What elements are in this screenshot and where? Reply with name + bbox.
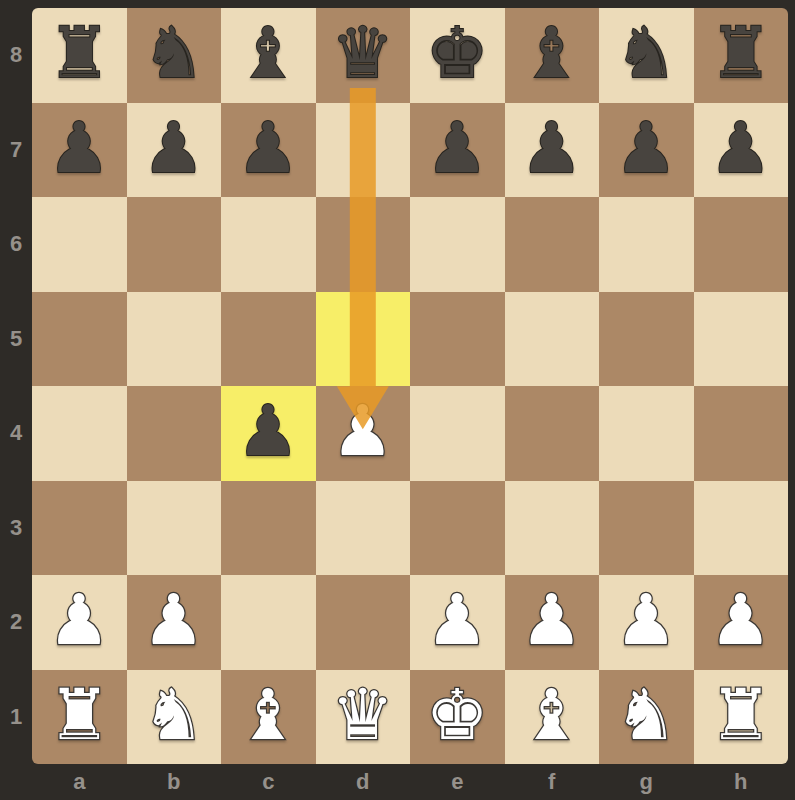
piece-black-bishop-f8[interactable]: ♝	[520, 8, 583, 101]
file-label-c: c	[221, 764, 316, 800]
piece-black-rook-h8[interactable]: ♜	[709, 8, 772, 101]
piece-black-pawn-c7[interactable]: ♟	[237, 101, 300, 196]
square-h1[interactable]: ♜	[694, 670, 789, 765]
square-b2[interactable]: ♟	[127, 575, 222, 670]
square-a6[interactable]	[32, 197, 127, 292]
square-f3[interactable]	[505, 481, 600, 576]
square-h5[interactable]	[694, 292, 789, 387]
square-e7[interactable]: ♟	[410, 103, 505, 198]
piece-white-pawn-b2[interactable]: ♟	[142, 573, 205, 668]
square-e8[interactable]: ♚	[410, 8, 505, 103]
square-g3[interactable]	[599, 481, 694, 576]
piece-black-pawn-c4[interactable]: ♟	[237, 384, 300, 479]
file-label-g: g	[599, 764, 694, 800]
piece-white-pawn-a2[interactable]: ♟	[48, 573, 111, 668]
square-b8[interactable]: ♞	[127, 8, 222, 103]
piece-white-pawn-d4[interactable]: ♟	[331, 384, 394, 479]
square-c4[interactable]: ♟	[221, 386, 316, 481]
rank-label-3: 3	[0, 481, 32, 576]
piece-black-pawn-a7[interactable]: ♟	[48, 101, 111, 196]
square-d7[interactable]	[316, 103, 411, 198]
chess-board[interactable]: ♜♞♝♛♚♝♞♜♟♟♟♟♟♟♟♟♟♟♟♟♟♟♟♜♞♝♛♚♝♞♜	[32, 8, 788, 764]
square-a7[interactable]: ♟	[32, 103, 127, 198]
piece-white-queen-d1[interactable]: ♛	[331, 668, 394, 763]
piece-black-bishop-c8[interactable]: ♝	[237, 8, 300, 101]
square-c5[interactable]	[221, 292, 316, 387]
square-f4[interactable]	[505, 386, 600, 481]
square-a4[interactable]	[32, 386, 127, 481]
square-f5[interactable]	[505, 292, 600, 387]
piece-white-pawn-f2[interactable]: ♟	[520, 573, 583, 668]
square-b1[interactable]: ♞	[127, 670, 222, 765]
rank-label-2: 2	[0, 575, 32, 670]
square-a3[interactable]	[32, 481, 127, 576]
piece-black-pawn-e7[interactable]: ♟	[426, 101, 489, 196]
square-h7[interactable]: ♟	[694, 103, 789, 198]
file-label-e: e	[410, 764, 505, 800]
square-f6[interactable]	[505, 197, 600, 292]
square-e6[interactable]	[410, 197, 505, 292]
square-f7[interactable]: ♟	[505, 103, 600, 198]
file-label-b: b	[127, 764, 222, 800]
piece-white-pawn-g2[interactable]: ♟	[615, 573, 678, 668]
square-c8[interactable]: ♝	[221, 8, 316, 103]
piece-black-pawn-h7[interactable]: ♟	[709, 101, 772, 196]
square-h2[interactable]: ♟	[694, 575, 789, 670]
square-b7[interactable]: ♟	[127, 103, 222, 198]
square-d1[interactable]: ♛	[316, 670, 411, 765]
rank-coordinates: 87654321	[0, 8, 32, 764]
square-f1[interactable]: ♝	[505, 670, 600, 765]
square-e5[interactable]	[410, 292, 505, 387]
square-h6[interactable]	[694, 197, 789, 292]
square-c3[interactable]	[221, 481, 316, 576]
piece-black-pawn-b7[interactable]: ♟	[142, 101, 205, 196]
rank-label-4: 4	[0, 386, 32, 481]
square-d8[interactable]: ♛	[316, 8, 411, 103]
board-background: 87654321 ♜♞♝♛♚♝♞♜♟♟♟♟♟♟♟♟♟♟♟♟♟♟♟♜♞♝♛♚♝♞♜…	[0, 0, 795, 800]
square-g5[interactable]	[599, 292, 694, 387]
square-b4[interactable]	[127, 386, 222, 481]
square-d2[interactable]	[316, 575, 411, 670]
piece-black-king-e8[interactable]: ♚	[426, 8, 489, 101]
square-b3[interactable]	[127, 481, 222, 576]
square-h8[interactable]: ♜	[694, 8, 789, 103]
square-a8[interactable]: ♜	[32, 8, 127, 103]
rank-label-7: 7	[0, 103, 32, 198]
square-c2[interactable]	[221, 575, 316, 670]
piece-black-rook-a8[interactable]: ♜	[48, 8, 111, 101]
square-g4[interactable]	[599, 386, 694, 481]
piece-white-bishop-c1[interactable]: ♝	[237, 668, 300, 763]
rank-label-8: 8	[0, 8, 32, 103]
square-g8[interactable]: ♞	[599, 8, 694, 103]
square-f8[interactable]: ♝	[505, 8, 600, 103]
square-c6[interactable]	[221, 197, 316, 292]
square-b5[interactable]	[127, 292, 222, 387]
file-label-d: d	[316, 764, 411, 800]
square-e3[interactable]	[410, 481, 505, 576]
square-h4[interactable]	[694, 386, 789, 481]
piece-white-rook-h1[interactable]: ♜	[709, 668, 772, 763]
piece-black-knight-g8[interactable]: ♞	[615, 8, 678, 101]
file-label-h: h	[694, 764, 789, 800]
square-g6[interactable]	[599, 197, 694, 292]
square-e1[interactable]: ♚	[410, 670, 505, 765]
square-g1[interactable]: ♞	[599, 670, 694, 765]
piece-white-rook-a1[interactable]: ♜	[48, 668, 111, 763]
square-h3[interactable]	[694, 481, 789, 576]
square-a1[interactable]: ♜	[32, 670, 127, 765]
piece-white-pawn-e2[interactable]: ♟	[426, 573, 489, 668]
piece-white-bishop-f1[interactable]: ♝	[520, 668, 583, 763]
square-g2[interactable]: ♟	[599, 575, 694, 670]
file-coordinates: abcdefgh	[32, 764, 788, 800]
square-e4[interactable]	[410, 386, 505, 481]
piece-black-pawn-g7[interactable]: ♟	[615, 101, 678, 196]
square-c7[interactable]: ♟	[221, 103, 316, 198]
square-a2[interactable]: ♟	[32, 575, 127, 670]
piece-white-knight-b1[interactable]: ♞	[142, 668, 205, 763]
square-f2[interactable]: ♟	[505, 575, 600, 670]
piece-black-knight-b8[interactable]: ♞	[142, 8, 205, 101]
square-d4[interactable]: ♟	[316, 386, 411, 481]
piece-black-pawn-f7[interactable]: ♟	[520, 101, 583, 196]
square-d6[interactable]	[316, 197, 411, 292]
square-d5[interactable]	[316, 292, 411, 387]
rank-label-5: 5	[0, 292, 32, 387]
piece-white-king-e1[interactable]: ♚	[426, 668, 489, 763]
square-g7[interactable]: ♟	[599, 103, 694, 198]
piece-black-queen-d8[interactable]: ♛	[331, 8, 394, 101]
piece-white-knight-g1[interactable]: ♞	[615, 668, 678, 763]
square-b6[interactable]	[127, 197, 222, 292]
file-label-a: a	[32, 764, 127, 800]
piece-white-pawn-h2[interactable]: ♟	[709, 573, 772, 668]
square-a5[interactable]	[32, 292, 127, 387]
rank-label-6: 6	[0, 197, 32, 292]
rank-label-1: 1	[0, 670, 32, 765]
file-label-f: f	[505, 764, 600, 800]
square-c1[interactable]: ♝	[221, 670, 316, 765]
square-e2[interactable]: ♟	[410, 575, 505, 670]
square-d3[interactable]	[316, 481, 411, 576]
